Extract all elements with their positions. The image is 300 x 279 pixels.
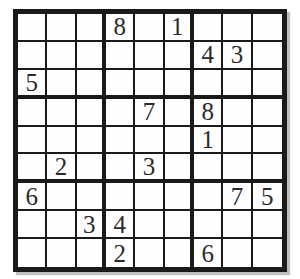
cell-r4c9[interactable] — [253, 99, 282, 127]
cell-r1c7[interactable] — [194, 14, 223, 42]
cell-r6c7[interactable] — [194, 154, 223, 183]
cell-r6c4[interactable] — [106, 154, 135, 183]
cell-r9c4[interactable]: 2 — [106, 239, 135, 267]
cell-r6c8[interactable] — [223, 154, 252, 183]
cell-r8c9[interactable] — [253, 211, 282, 239]
cell-r1c9[interactable] — [253, 14, 282, 42]
cell-r5c3[interactable] — [77, 127, 106, 155]
cell-r8c8[interactable] — [223, 211, 252, 239]
cell-r6c9[interactable] — [253, 154, 282, 183]
cell-r7c9[interactable]: 5 — [253, 183, 282, 211]
cell-r2c1[interactable] — [18, 42, 47, 70]
cell-r3c3[interactable] — [77, 70, 106, 99]
cell-r8c1[interactable] — [18, 211, 47, 239]
cell-r3c2[interactable] — [47, 70, 76, 99]
cell-r3c7[interactable] — [194, 70, 223, 99]
cell-r1c1[interactable] — [18, 14, 47, 42]
cell-r7c2[interactable] — [47, 183, 76, 211]
cell-r2c6[interactable] — [165, 42, 194, 70]
cell-r1c8[interactable] — [223, 14, 252, 42]
cell-r6c5[interactable]: 3 — [135, 154, 164, 183]
cell-r4c4[interactable] — [106, 99, 135, 127]
cell-r5c9[interactable] — [253, 127, 282, 155]
cell-r3c6[interactable] — [165, 70, 194, 99]
cell-r8c5[interactable] — [135, 211, 164, 239]
cell-r6c1[interactable] — [18, 154, 47, 183]
cell-r2c7[interactable]: 4 — [194, 42, 223, 70]
cell-r4c3[interactable] — [77, 99, 106, 127]
cell-r6c6[interactable] — [165, 154, 194, 183]
cell-r4c7[interactable]: 8 — [194, 99, 223, 127]
cell-r2c9[interactable] — [253, 42, 282, 70]
page: 81435781236753426 — [0, 0, 300, 279]
cell-r4c5[interactable]: 7 — [135, 99, 164, 127]
cell-r5c7[interactable]: 1 — [194, 127, 223, 155]
cell-r8c6[interactable] — [165, 211, 194, 239]
cell-r9c3[interactable] — [77, 239, 106, 267]
cell-r9c2[interactable] — [47, 239, 76, 267]
cell-r7c3[interactable] — [77, 183, 106, 211]
cell-r7c6[interactable] — [165, 183, 194, 211]
cell-r5c5[interactable] — [135, 127, 164, 155]
cell-r4c2[interactable] — [47, 99, 76, 127]
cell-r1c6[interactable]: 1 — [165, 14, 194, 42]
cell-r1c4[interactable]: 8 — [106, 14, 135, 42]
cell-r7c4[interactable] — [106, 183, 135, 211]
cell-r8c4[interactable]: 4 — [106, 211, 135, 239]
cell-r1c2[interactable] — [47, 14, 76, 42]
cell-r4c1[interactable] — [18, 99, 47, 127]
cell-r8c7[interactable] — [194, 211, 223, 239]
cell-r5c4[interactable] — [106, 127, 135, 155]
cell-r8c3[interactable]: 3 — [77, 211, 106, 239]
cell-r5c1[interactable] — [18, 127, 47, 155]
cell-r5c8[interactable] — [223, 127, 252, 155]
cell-r3c8[interactable] — [223, 70, 252, 99]
cell-r9c7[interactable]: 6 — [194, 239, 223, 267]
cell-r8c2[interactable] — [47, 211, 76, 239]
cell-r9c9[interactable] — [253, 239, 282, 267]
cell-r6c3[interactable] — [77, 154, 106, 183]
cell-r7c5[interactable] — [135, 183, 164, 211]
sudoku-board: 81435781236753426 — [13, 9, 287, 272]
cell-r9c1[interactable] — [18, 239, 47, 267]
cell-r1c3[interactable] — [77, 14, 106, 42]
cell-r7c8[interactable]: 7 — [223, 183, 252, 211]
cell-r4c6[interactable] — [165, 99, 194, 127]
cell-r3c9[interactable] — [253, 70, 282, 99]
cell-r6c2[interactable]: 2 — [47, 154, 76, 183]
cell-r3c5[interactable] — [135, 70, 164, 99]
cell-r2c5[interactable] — [135, 42, 164, 70]
cell-r4c8[interactable] — [223, 99, 252, 127]
cell-r3c4[interactable] — [106, 70, 135, 99]
cell-r9c6[interactable] — [165, 239, 194, 267]
cell-r7c1[interactable]: 6 — [18, 183, 47, 211]
cell-r2c8[interactable]: 3 — [223, 42, 252, 70]
cell-r5c2[interactable] — [47, 127, 76, 155]
cell-r1c5[interactable] — [135, 14, 164, 42]
cell-r2c4[interactable] — [106, 42, 135, 70]
cell-r5c6[interactable] — [165, 127, 194, 155]
cell-r2c3[interactable] — [77, 42, 106, 70]
cell-r3c1[interactable]: 5 — [18, 70, 47, 99]
cell-r9c8[interactable] — [223, 239, 252, 267]
cell-r7c7[interactable] — [194, 183, 223, 211]
cell-r9c5[interactable] — [135, 239, 164, 267]
cell-r2c2[interactable] — [47, 42, 76, 70]
